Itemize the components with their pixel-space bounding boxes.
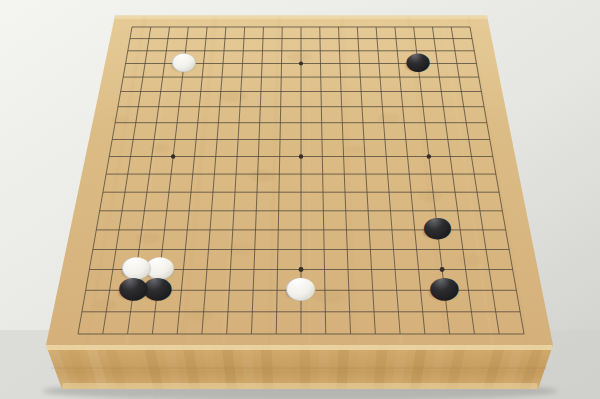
wood-knot — [288, 52, 312, 62]
bamboo-strip — [300, 345, 311, 389]
board-front-bottom-edge — [62, 383, 538, 389]
wood-knot — [249, 170, 275, 182]
wood-knot — [458, 254, 482, 266]
star-point-D10 — [171, 154, 175, 158]
star-point-K16 — [299, 61, 303, 65]
wood-knot — [314, 289, 346, 303]
stone-black-C3[interactable]: ● — [117, 269, 149, 303]
go-board-photo: ●●●●●●●●● — [0, 0, 600, 399]
bamboo-strip — [318, 345, 329, 389]
wood-knot — [187, 309, 213, 321]
stone-black-Q6[interactable]: ● — [422, 209, 453, 243]
star-point-K10 — [299, 154, 303, 158]
wood-knot — [93, 299, 117, 311]
stone-white-K3[interactable]: ● — [285, 269, 317, 303]
wood-knot — [136, 232, 160, 244]
stone-white-D16[interactable]: ● — [171, 47, 197, 74]
stone-black-Q16[interactable]: ● — [405, 47, 431, 74]
board-front-top-bevel — [46, 345, 553, 350]
wood-knot — [378, 113, 400, 123]
stone-black-Q3[interactable]: ● — [428, 269, 460, 303]
wood-knot — [343, 145, 367, 155]
star-point-Q10 — [427, 154, 431, 158]
photo-backdrop: ●●●●●●●●● — [0, 0, 600, 399]
wood-knot — [226, 244, 254, 256]
bamboo-strip — [280, 345, 292, 389]
board-top-edge-highlight — [114, 16, 488, 20]
